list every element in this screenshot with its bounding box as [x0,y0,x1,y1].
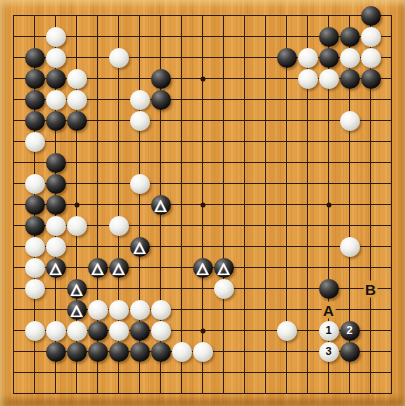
go-stone-white[interactable] [109,216,129,236]
go-stone-black[interactable] [319,48,339,68]
go-stone-white[interactable] [151,300,171,320]
go-board[interactable]: △△△△△△△△△123AB [0,0,405,406]
go-stone-white[interactable] [340,48,360,68]
go-stone-white[interactable] [340,111,360,131]
go-stone-black[interactable]: △ [214,258,234,278]
go-stone-black[interactable]: △ [130,237,150,257]
grid-line-horizontal [13,246,392,247]
triangle-marker: △ [214,258,234,278]
go-stone-black[interactable] [46,69,66,89]
go-stone-white[interactable] [319,69,339,89]
go-stone-black[interactable]: △ [88,258,108,278]
go-stone-white[interactable] [130,111,150,131]
go-stone-black[interactable] [25,216,45,236]
go-stone-white[interactable] [130,300,150,320]
go-stone-white[interactable] [46,321,66,341]
go-stone-black[interactable] [46,342,66,362]
move-number: 1 [319,321,339,341]
go-stone-black[interactable] [25,90,45,110]
go-stone-black[interactable]: △ [193,258,213,278]
go-stone-white[interactable] [67,216,87,236]
go-stone-black[interactable]: △ [151,195,171,215]
go-stone-white[interactable] [46,237,66,257]
go-stone-black[interactable] [340,27,360,47]
go-stone-black[interactable] [88,321,108,341]
go-stone-white[interactable] [46,216,66,236]
triangle-marker: △ [88,258,108,278]
grid-line-horizontal [13,393,392,394]
go-stone-black[interactable] [109,342,129,362]
go-stone-white[interactable] [109,321,129,341]
grid-line-vertical [223,15,224,394]
label-A[interactable]: A [321,301,336,318]
go-stone-black[interactable] [25,69,45,89]
go-stone-black[interactable]: △ [46,258,66,278]
go-stone-white[interactable] [130,174,150,194]
triangle-marker: △ [193,258,213,278]
go-stone-white[interactable] [130,90,150,110]
go-stone-white[interactable] [151,321,171,341]
go-stone-black[interactable] [46,153,66,173]
triangle-marker: △ [130,237,150,257]
move-number: 3 [319,342,339,362]
go-stone-black[interactable] [130,321,150,341]
move-number: 2 [340,321,360,341]
go-stone-black[interactable] [340,69,360,89]
star-point [200,328,205,333]
go-stone-black[interactable] [340,342,360,362]
go-stone-white[interactable] [298,48,318,68]
go-stone-white[interactable] [67,90,87,110]
go-stone-white[interactable] [109,48,129,68]
go-stone-black[interactable] [25,48,45,68]
go-stone-black[interactable] [151,342,171,362]
go-stone-black[interactable]: △ [109,258,129,278]
go-stone-white[interactable] [298,69,318,89]
triangle-marker: △ [46,258,66,278]
go-stone-white[interactable] [25,237,45,257]
go-stone-black[interactable] [277,48,297,68]
go-stone-white[interactable] [361,48,381,68]
go-stone-white[interactable] [88,300,108,320]
go-stone-white[interactable] [214,279,234,299]
star-point [200,202,205,207]
go-stone-black[interactable] [130,342,150,362]
go-stone-black[interactable] [319,279,339,299]
star-point [200,76,205,81]
go-stone-black[interactable] [46,195,66,215]
go-stone-black[interactable]: △ [67,279,87,299]
go-stone-black[interactable] [88,342,108,362]
go-stone-white[interactable] [277,321,297,341]
go-stone-black[interactable] [46,111,66,131]
go-stone-white[interactable] [67,321,87,341]
go-stone-white[interactable] [361,27,381,47]
go-stone-black[interactable]: △ [67,300,87,320]
go-stone-white[interactable] [25,321,45,341]
go-stone-black[interactable] [151,90,171,110]
star-point [74,202,79,207]
go-stone-white[interactable] [25,279,45,299]
go-stone-white[interactable]: 3 [319,342,339,362]
grid-line-vertical [244,15,245,394]
grid-line-horizontal [13,372,392,373]
go-stone-white[interactable] [46,27,66,47]
star-point [326,202,331,207]
go-stone-black[interactable] [46,174,66,194]
go-stone-white[interactable]: 1 [319,321,339,341]
go-stone-white[interactable] [46,48,66,68]
grid-line-vertical [391,15,392,394]
go-stone-white[interactable] [25,132,45,152]
go-stone-black[interactable] [319,27,339,47]
go-stone-white[interactable] [109,300,129,320]
go-stone-black[interactable] [361,69,381,89]
go-stone-white[interactable] [67,69,87,89]
go-stone-white[interactable] [25,258,45,278]
label-B[interactable]: B [363,280,378,297]
go-stone-white[interactable] [46,90,66,110]
go-stone-white[interactable] [172,342,192,362]
go-stone-white[interactable] [25,174,45,194]
go-stone-white[interactable] [340,237,360,257]
triangle-marker: △ [109,258,129,278]
go-stone-black[interactable] [151,69,171,89]
triangle-marker: △ [67,300,87,320]
go-stone-black[interactable] [361,6,381,26]
triangle-marker: △ [67,279,87,299]
go-stone-black[interactable] [25,111,45,131]
triangle-marker: △ [151,195,171,215]
go-stone-black[interactable]: 2 [340,321,360,341]
go-stone-white[interactable] [193,342,213,362]
go-stone-black[interactable] [67,111,87,131]
go-stone-black[interactable] [67,342,87,362]
grid-line-vertical [265,15,266,394]
go-stone-black[interactable] [25,195,45,215]
